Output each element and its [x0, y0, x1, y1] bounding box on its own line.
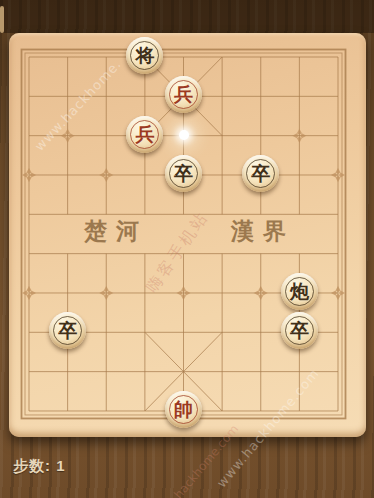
- red-soldier-2[interactable]: 兵: [126, 116, 163, 153]
- app-screen: 楚河 漢界 将兵兵卒卒炮卒卒帥 www.hackhome. www.hackho…: [0, 0, 374, 498]
- step-counter: 步数: 1: [13, 457, 66, 476]
- black-soldier-3[interactable]: 卒: [49, 312, 86, 349]
- piece-glyph: 将: [135, 46, 154, 65]
- piece-glyph: 兵: [174, 85, 193, 104]
- black-cannon[interactable]: 炮: [281, 273, 318, 310]
- red-soldier-1[interactable]: 兵: [165, 76, 202, 113]
- piece-glyph: 卒: [174, 164, 193, 183]
- scroll-indicator: [0, 6, 4, 33]
- black-soldier-4[interactable]: 卒: [281, 312, 318, 349]
- piece-glyph: 帥: [174, 400, 193, 419]
- black-general[interactable]: 将: [126, 37, 163, 74]
- pieces-layer: 将兵兵卒卒炮卒卒帥: [10, 37, 358, 430]
- black-soldier-2[interactable]: 卒: [242, 155, 279, 192]
- piece-glyph: 卒: [290, 321, 309, 340]
- piece-glyph: 卒: [58, 321, 77, 340]
- piece-glyph: 卒: [251, 164, 270, 183]
- black-soldier-1[interactable]: 卒: [165, 155, 202, 192]
- move-indicator: [179, 130, 189, 140]
- top-bar: [0, 0, 374, 33]
- piece-glyph: 兵: [135, 125, 154, 144]
- piece-glyph: 炮: [290, 282, 309, 301]
- red-general[interactable]: 帥: [165, 391, 202, 428]
- xiangqi-board[interactable]: 楚河 漢界 将兵兵卒卒炮卒卒帥: [9, 33, 366, 437]
